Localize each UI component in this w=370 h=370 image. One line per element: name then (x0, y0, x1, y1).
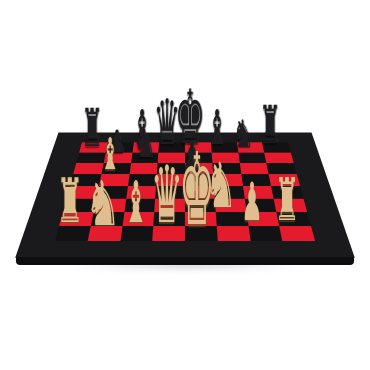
board-front-edge (16, 257, 354, 265)
piece-white-king-e1[interactable]: ♚ (179, 139, 215, 239)
piece-white-bishop-c1[interactable]: ♝ (123, 175, 148, 232)
piece-white-rook-h1[interactable]: ♜ (274, 171, 299, 230)
piece-black-knight-g8[interactable]: ♞ (232, 115, 254, 153)
piece-white-rook-a1[interactable]: ♜ (57, 171, 84, 233)
piece-black-rook-h8[interactable]: ♜ (259, 99, 281, 152)
piece-white-knight-b1[interactable]: ♞ (85, 172, 121, 234)
chess-product-photo: ♝♝♜♞♛♚♜♟♞♝♟♟♞♟♜♜♝♞♛♚ (0, 0, 370, 370)
piece-white-pawn-g2[interactable]: ♟ (241, 176, 263, 229)
